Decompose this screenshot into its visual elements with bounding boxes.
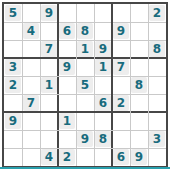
given-digit: 1 — [95, 59, 111, 75]
cell-r6c1[interactable] — [4, 94, 22, 112]
cell-r3c8[interactable] — [130, 40, 148, 58]
cell-r7c4[interactable]: 1 — [58, 112, 76, 130]
cell-r3c7[interactable] — [112, 40, 130, 58]
cell-r7c9[interactable] — [148, 112, 166, 130]
cell-r2c8[interactable] — [130, 22, 148, 40]
cell-r4c9[interactable] — [148, 58, 166, 76]
sudoku-board: 5924689719839172158762919834269 — [2, 2, 168, 168]
given-digit: 3 — [149, 131, 165, 147]
cell-r6c9[interactable] — [148, 94, 166, 112]
given-digit: 7 — [23, 95, 39, 111]
cell-r2c4[interactable]: 6 — [58, 22, 76, 40]
given-digit: 9 — [113, 23, 129, 39]
cell-r8c7[interactable] — [112, 130, 130, 148]
given-digit: 5 — [5, 5, 21, 21]
cell-r4c8[interactable] — [130, 58, 148, 76]
cell-r1c1[interactable]: 5 — [4, 4, 22, 22]
cell-r2c3[interactable] — [40, 22, 58, 40]
cell-r8c3[interactable] — [40, 130, 58, 148]
cell-r1c8[interactable] — [130, 4, 148, 22]
cell-r9c7[interactable]: 6 — [112, 148, 130, 166]
given-digit: 9 — [95, 41, 111, 57]
cell-r9c3[interactable]: 4 — [40, 148, 58, 166]
accent-line — [0, 167, 170, 169]
given-digit: 8 — [95, 131, 111, 147]
cell-r1c4[interactable] — [58, 4, 76, 22]
cell-r2c2[interactable]: 4 — [22, 22, 40, 40]
given-digit: 2 — [149, 5, 165, 21]
cell-r3c3[interactable]: 7 — [40, 40, 58, 58]
cell-r6c8[interactable] — [130, 94, 148, 112]
cell-r8c2[interactable] — [22, 130, 40, 148]
cell-r8c4[interactable] — [58, 130, 76, 148]
cell-r9c5[interactable] — [76, 148, 94, 166]
given-digit: 2 — [59, 149, 75, 165]
given-digit: 8 — [149, 41, 165, 57]
cell-r4c6[interactable]: 1 — [94, 58, 112, 76]
given-digit: 2 — [113, 95, 129, 111]
cell-r6c5[interactable] — [76, 94, 94, 112]
cell-r3c2[interactable] — [22, 40, 40, 58]
cell-r7c5[interactable] — [76, 112, 94, 130]
given-digit: 8 — [131, 77, 147, 93]
cell-r9c9[interactable] — [148, 148, 166, 166]
cell-r3c6[interactable]: 9 — [94, 40, 112, 58]
cell-r5c2[interactable] — [22, 76, 40, 94]
cell-r8c1[interactable] — [4, 130, 22, 148]
cell-r3c9[interactable]: 8 — [148, 40, 166, 58]
cell-r7c7[interactable] — [112, 112, 130, 130]
cell-r7c6[interactable] — [94, 112, 112, 130]
cell-r6c3[interactable] — [40, 94, 58, 112]
cell-r1c9[interactable]: 2 — [148, 4, 166, 22]
cell-r5c4[interactable] — [58, 76, 76, 94]
cell-r3c5[interactable]: 1 — [76, 40, 94, 58]
cell-r2c9[interactable] — [148, 22, 166, 40]
given-digit: 9 — [5, 113, 21, 129]
cell-r9c8[interactable]: 9 — [130, 148, 148, 166]
given-digit: 1 — [41, 77, 57, 93]
cell-r5c5[interactable]: 5 — [76, 76, 94, 94]
cell-r2c5[interactable]: 8 — [76, 22, 94, 40]
cell-r5c3[interactable]: 1 — [40, 76, 58, 94]
cell-r1c2[interactable] — [22, 4, 40, 22]
given-digit: 9 — [77, 131, 93, 147]
given-digit: 1 — [77, 41, 93, 57]
cell-r2c1[interactable] — [4, 22, 22, 40]
cell-r5c9[interactable] — [148, 76, 166, 94]
cell-r1c7[interactable] — [112, 4, 130, 22]
sudoku-grid: 5924689719839172158762919834269 — [4, 4, 166, 166]
cell-r1c6[interactable] — [94, 4, 112, 22]
cell-r6c2[interactable]: 7 — [22, 94, 40, 112]
cell-r1c5[interactable] — [76, 4, 94, 22]
given-digit: 4 — [23, 23, 39, 39]
cell-r6c6[interactable]: 6 — [94, 94, 112, 112]
given-digit: 9 — [131, 149, 147, 165]
given-digit: 5 — [77, 77, 93, 93]
cell-r8c5[interactable]: 9 — [76, 130, 94, 148]
given-digit: 8 — [77, 23, 93, 39]
given-digit: 6 — [59, 23, 75, 39]
cell-r7c2[interactable] — [22, 112, 40, 130]
cell-r3c4[interactable] — [58, 40, 76, 58]
given-digit: 3 — [5, 59, 21, 75]
cell-r7c1[interactable]: 9 — [4, 112, 22, 130]
cell-r5c8[interactable]: 8 — [130, 76, 148, 94]
cell-r9c6[interactable] — [94, 148, 112, 166]
cell-r7c8[interactable] — [130, 112, 148, 130]
cell-r5c7[interactable] — [112, 76, 130, 94]
cell-r4c7[interactable]: 7 — [112, 58, 130, 76]
given-digit: 4 — [41, 149, 57, 165]
cell-r9c2[interactable] — [22, 148, 40, 166]
cell-r1c3[interactable]: 9 — [40, 4, 58, 22]
cell-r5c6[interactable] — [94, 76, 112, 94]
given-digit: 6 — [95, 95, 111, 111]
given-digit: 7 — [113, 59, 129, 75]
given-digit: 9 — [41, 5, 57, 21]
given-digit: 9 — [59, 59, 75, 75]
cell-r2c7[interactable]: 9 — [112, 22, 130, 40]
cell-r6c7[interactable]: 2 — [112, 94, 130, 112]
cell-r6c4[interactable] — [58, 94, 76, 112]
given-digit: 6 — [113, 149, 129, 165]
cell-r4c3[interactable] — [40, 58, 58, 76]
cell-r4c1[interactable]: 3 — [4, 58, 22, 76]
cell-r4c5[interactable] — [76, 58, 94, 76]
cell-r9c4[interactable]: 2 — [58, 148, 76, 166]
cell-r7c3[interactable] — [40, 112, 58, 130]
cell-r8c6[interactable]: 8 — [94, 130, 112, 148]
given-digit: 1 — [59, 113, 75, 129]
cell-r9c1[interactable] — [4, 148, 22, 166]
given-digit: 7 — [41, 41, 57, 57]
cell-r8c8[interactable] — [130, 130, 148, 148]
cell-r2c6[interactable] — [94, 22, 112, 40]
cell-r3c1[interactable] — [4, 40, 22, 58]
cell-r8c9[interactable]: 3 — [148, 130, 166, 148]
cell-r4c2[interactable] — [22, 58, 40, 76]
given-digit: 2 — [5, 77, 21, 93]
cell-r5c1[interactable]: 2 — [4, 76, 22, 94]
cell-r4c4[interactable]: 9 — [58, 58, 76, 76]
